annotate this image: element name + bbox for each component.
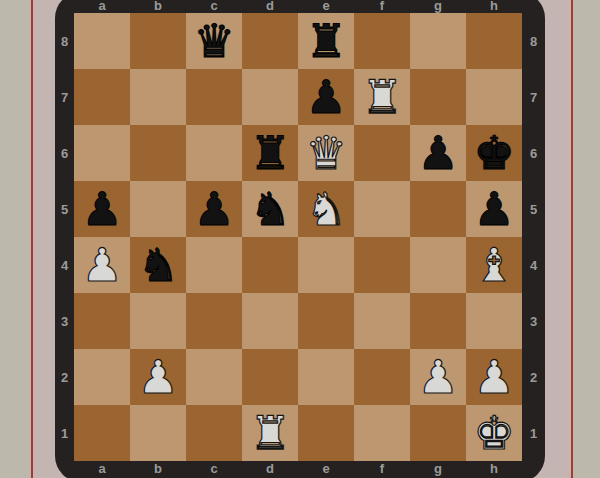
- square-d3[interactable]: [242, 293, 298, 349]
- chess-board: ♛♜♟♜♜♛♟♚♟♟♞♞♟♟♞♝♟♟♟♜♚: [74, 13, 522, 461]
- piece-black-queen-c8[interactable]: ♛: [193, 18, 234, 64]
- square-e4[interactable]: [298, 237, 354, 293]
- square-a6[interactable]: [74, 125, 130, 181]
- square-c4[interactable]: [186, 237, 242, 293]
- rank-label-6: 6: [55, 125, 74, 181]
- file-label-a: a: [74, 0, 130, 13]
- square-a4[interactable]: ♟: [74, 237, 130, 293]
- square-g1[interactable]: [410, 405, 466, 461]
- file-label-f: f: [354, 0, 410, 13]
- file-label-f: f: [354, 460, 410, 476]
- rank-label-4: 4: [55, 237, 74, 293]
- file-label-d: d: [242, 0, 298, 13]
- square-a8[interactable]: [74, 13, 130, 69]
- square-c3[interactable]: [186, 293, 242, 349]
- square-c5[interactable]: ♟: [186, 181, 242, 237]
- file-label-e: e: [298, 0, 354, 13]
- square-c8[interactable]: ♛: [186, 13, 242, 69]
- square-f1[interactable]: [354, 405, 410, 461]
- piece-black-pawn-e7[interactable]: ♟: [305, 74, 346, 120]
- rank-label-1: 1: [55, 405, 74, 461]
- square-h5[interactable]: ♟: [466, 181, 522, 237]
- square-b6[interactable]: [130, 125, 186, 181]
- piece-white-pawn-a4[interactable]: ♟: [81, 242, 122, 288]
- square-d5[interactable]: ♞: [242, 181, 298, 237]
- square-b7[interactable]: [130, 69, 186, 125]
- file-label-d: d: [242, 460, 298, 476]
- square-e3[interactable]: [298, 293, 354, 349]
- rank-label-2: 2: [55, 349, 74, 405]
- square-c1[interactable]: [186, 405, 242, 461]
- square-f8[interactable]: [354, 13, 410, 69]
- square-b8[interactable]: [130, 13, 186, 69]
- square-a2[interactable]: [74, 349, 130, 405]
- square-h6[interactable]: ♚: [466, 125, 522, 181]
- rank-labels-left: 87654321: [55, 13, 74, 461]
- square-d6[interactable]: ♜: [242, 125, 298, 181]
- square-g8[interactable]: [410, 13, 466, 69]
- rank-label-8: 8: [522, 13, 545, 69]
- piece-white-bishop-h4[interactable]: ♝: [473, 242, 514, 288]
- square-b5[interactable]: [130, 181, 186, 237]
- file-label-h: h: [466, 0, 522, 13]
- piece-white-rook-d1[interactable]: ♜: [249, 410, 290, 456]
- square-g7[interactable]: [410, 69, 466, 125]
- square-h8[interactable]: [466, 13, 522, 69]
- rank-label-4: 4: [522, 237, 545, 293]
- piece-black-king-h6[interactable]: ♚: [473, 130, 514, 176]
- square-g3[interactable]: [410, 293, 466, 349]
- piece-black-rook-d6[interactable]: ♜: [249, 130, 290, 176]
- square-e8[interactable]: ♜: [298, 13, 354, 69]
- piece-white-pawn-g2[interactable]: ♟: [417, 354, 458, 400]
- left-red-divider-line: [31, 0, 33, 478]
- square-b4[interactable]: ♞: [130, 237, 186, 293]
- file-labels-top: abcdefgh: [74, 0, 522, 13]
- rank-label-6: 6: [522, 125, 545, 181]
- square-h4[interactable]: ♝: [466, 237, 522, 293]
- square-a5[interactable]: ♟: [74, 181, 130, 237]
- square-h1[interactable]: ♚: [466, 405, 522, 461]
- piece-black-knight-d5[interactable]: ♞: [249, 186, 290, 232]
- square-f4[interactable]: [354, 237, 410, 293]
- square-h3[interactable]: [466, 293, 522, 349]
- piece-white-king-h1[interactable]: ♚: [473, 410, 514, 456]
- piece-white-queen-e6[interactable]: ♛: [305, 130, 346, 176]
- rank-label-2: 2: [522, 349, 545, 405]
- piece-black-pawn-h5[interactable]: ♟: [473, 186, 514, 232]
- square-h2[interactable]: ♟: [466, 349, 522, 405]
- square-g6[interactable]: ♟: [410, 125, 466, 181]
- piece-black-pawn-g6[interactable]: ♟: [417, 130, 458, 176]
- square-a3[interactable]: [74, 293, 130, 349]
- piece-black-rook-e8[interactable]: ♜: [305, 18, 346, 64]
- rank-label-5: 5: [55, 181, 74, 237]
- file-label-g: g: [410, 460, 466, 476]
- file-label-h: h: [466, 460, 522, 476]
- right-red-divider-line: [571, 0, 573, 478]
- square-b3[interactable]: [130, 293, 186, 349]
- square-c7[interactable]: [186, 69, 242, 125]
- piece-black-pawn-c5[interactable]: ♟: [193, 186, 234, 232]
- square-e6[interactable]: ♛: [298, 125, 354, 181]
- rank-label-7: 7: [55, 69, 74, 125]
- square-d8[interactable]: [242, 13, 298, 69]
- square-f3[interactable]: [354, 293, 410, 349]
- rank-label-1: 1: [522, 405, 545, 461]
- square-d4[interactable]: [242, 237, 298, 293]
- square-b2[interactable]: ♟: [130, 349, 186, 405]
- square-d1[interactable]: ♜: [242, 405, 298, 461]
- square-a1[interactable]: [74, 405, 130, 461]
- square-c6[interactable]: [186, 125, 242, 181]
- file-labels-bottom: abcdefgh: [74, 460, 522, 476]
- rank-label-3: 3: [55, 293, 74, 349]
- square-e7[interactable]: ♟: [298, 69, 354, 125]
- file-label-b: b: [130, 460, 186, 476]
- square-f2[interactable]: [354, 349, 410, 405]
- square-c2[interactable]: [186, 349, 242, 405]
- square-h7[interactable]: [466, 69, 522, 125]
- rank-label-5: 5: [522, 181, 545, 237]
- piece-black-pawn-a5[interactable]: ♟: [81, 186, 122, 232]
- file-label-c: c: [186, 0, 242, 13]
- square-a7[interactable]: [74, 69, 130, 125]
- square-e5[interactable]: ♞: [298, 181, 354, 237]
- square-d2[interactable]: [242, 349, 298, 405]
- rank-label-7: 7: [522, 69, 545, 125]
- piece-white-knight-e5[interactable]: ♞: [305, 186, 346, 232]
- square-f5[interactable]: [354, 181, 410, 237]
- square-d7[interactable]: [242, 69, 298, 125]
- square-f6[interactable]: [354, 125, 410, 181]
- piece-black-knight-b4[interactable]: ♞: [137, 242, 178, 288]
- file-label-g: g: [410, 0, 466, 13]
- square-g2[interactable]: ♟: [410, 349, 466, 405]
- piece-white-pawn-h2[interactable]: ♟: [473, 354, 514, 400]
- square-e1[interactable]: [298, 405, 354, 461]
- piece-white-rook-f7[interactable]: ♜: [361, 74, 402, 120]
- square-f7[interactable]: ♜: [354, 69, 410, 125]
- square-g5[interactable]: [410, 181, 466, 237]
- file-label-a: a: [74, 460, 130, 476]
- rank-label-3: 3: [522, 293, 545, 349]
- square-g4[interactable]: [410, 237, 466, 293]
- piece-white-pawn-b2[interactable]: ♟: [137, 354, 178, 400]
- file-label-b: b: [130, 0, 186, 13]
- rank-label-8: 8: [55, 13, 74, 69]
- file-label-c: c: [186, 460, 242, 476]
- rank-labels-right: 87654321: [522, 13, 545, 461]
- square-b1[interactable]: [130, 405, 186, 461]
- chess-board-frame: abcdefgh abcdefgh 87654321 87654321 ♛♜♟♜…: [55, 0, 545, 478]
- square-e2[interactable]: [298, 349, 354, 405]
- file-label-e: e: [298, 460, 354, 476]
